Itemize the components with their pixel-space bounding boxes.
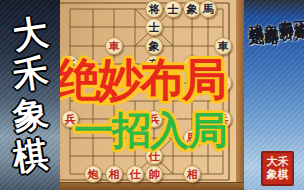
piece-char: 相	[187, 169, 198, 180]
piece-char: 士	[149, 22, 160, 33]
piece-char: 士	[168, 4, 179, 15]
tagline-column-left: 入局谋略 残棋定式	[247, 12, 277, 28]
tagline-phrase-2: 中局分析	[277, 7, 293, 16]
piece-char: 帥	[149, 169, 160, 180]
piece-char: 象	[187, 4, 198, 15]
banner-char-4: 棋	[10, 135, 50, 176]
channel-seal: 大禾 象棋	[261, 151, 294, 186]
piece-black-士[interactable]: 士	[164, 0, 182, 18]
piece-black-馬[interactable]: 馬	[199, 0, 217, 18]
banner-char-1: 大	[10, 13, 50, 54]
seal-row-2: 象棋	[267, 169, 289, 181]
seal-row-1: 大禾	[267, 156, 289, 168]
banner-char-3: 象	[10, 95, 50, 136]
right-banner-tagline: 正统布局 中局分析 入局谋略 残棋定式 大禾 象棋	[244, 0, 304, 190]
piece-red-仕[interactable]: 仕	[126, 165, 144, 183]
title-overlay-line1: 绝妙布局	[56, 50, 224, 110]
piece-char: 仕	[130, 169, 141, 180]
left-banner-channel: 大 禾 象 棋	[0, 0, 60, 190]
piece-char: 将	[149, 4, 160, 15]
piece-red-炮[interactable]: 炮	[84, 165, 102, 183]
piece-black-士[interactable]: 士	[145, 18, 163, 36]
piece-char: 炮	[88, 169, 99, 180]
title-overlay-line2: 一招入局	[74, 104, 226, 158]
piece-black-将[interactable]: 将	[145, 0, 163, 18]
piece-char: 相	[109, 169, 120, 180]
piece-red-相[interactable]: 相	[105, 165, 123, 183]
piece-char: 馬	[203, 4, 214, 15]
tagline-phrase-4: 残棋定式	[247, 11, 263, 20]
piece-red-相[interactable]: 相	[183, 165, 201, 183]
banner-char-2: 禾	[10, 54, 50, 95]
piece-red-帥[interactable]: 帥	[145, 165, 163, 183]
tagline-column-right: 正统布局 中局分析	[277, 8, 304, 24]
